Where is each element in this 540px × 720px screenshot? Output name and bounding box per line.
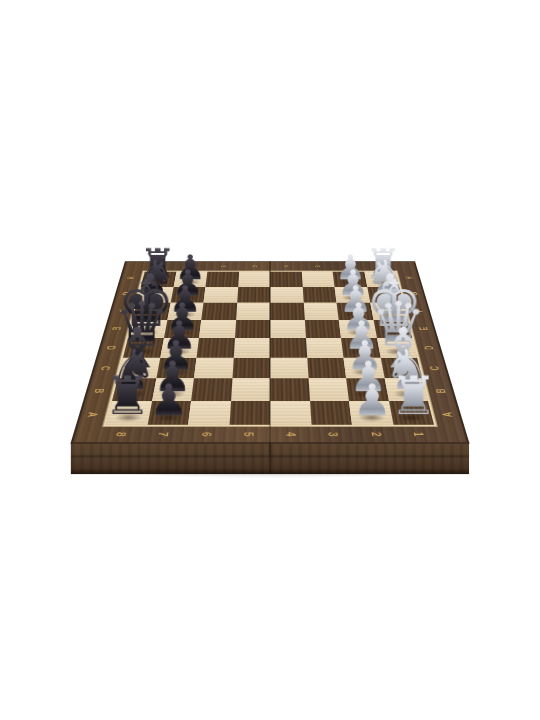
- square-f4[interactable]: [270, 303, 304, 320]
- square-h4[interactable]: [270, 272, 302, 287]
- coord-far-7: 7: [181, 259, 201, 274]
- square-c4[interactable]: [270, 357, 308, 378]
- square-a5[interactable]: [229, 401, 270, 425]
- square-e5[interactable]: [235, 320, 271, 338]
- coord-right-h: H: [392, 274, 427, 282]
- coord-far-4: 4: [277, 259, 295, 274]
- square-h5[interactable]: [238, 272, 270, 287]
- coord-far-1: 1: [370, 259, 391, 274]
- square-e4[interactable]: [270, 320, 306, 338]
- square-g5[interactable]: [237, 287, 270, 303]
- square-a7[interactable]: ♟: [147, 401, 191, 425]
- square-d5[interactable]: [233, 338, 270, 357]
- chessboard[interactable]: ♜♟♟♜♞♟♟♞♝♟♟♝♚♟♟♚♛♟♟♛♝♟♟♝♞♟♟♞♜♟♟♜ 8765432…: [70, 261, 469, 444]
- square-g4[interactable]: [270, 287, 303, 303]
- square-b5[interactable]: [231, 378, 270, 400]
- front-face-fold-seam: [269, 442, 271, 474]
- square-b4[interactable]: [270, 378, 309, 400]
- coord-far-6: 6: [213, 259, 232, 274]
- board-front-face: [71, 442, 469, 474]
- square-d4[interactable]: [270, 338, 307, 357]
- coord-left-h: H: [113, 274, 148, 282]
- square-a1[interactable]: ♜: [388, 401, 434, 425]
- coord-far-8: 8: [149, 259, 170, 274]
- coord-far-3: 3: [308, 259, 327, 274]
- chessboard-scene: ♜♟♟♜♞♟♟♞♝♟♟♝♚♟♟♚♛♟♟♛♝♟♟♝♞♟♟♞♜♟♟♜ 8765432…: [0, 0, 540, 720]
- coord-far-2: 2: [339, 259, 359, 274]
- square-c5[interactable]: [232, 357, 270, 378]
- square-a4[interactable]: [270, 401, 311, 425]
- square-f5[interactable]: [236, 303, 270, 320]
- black-pawn-a7[interactable]: ♟: [134, 378, 202, 422]
- white-rook-a1[interactable]: ♜: [379, 369, 447, 422]
- coord-far-5: 5: [245, 259, 263, 274]
